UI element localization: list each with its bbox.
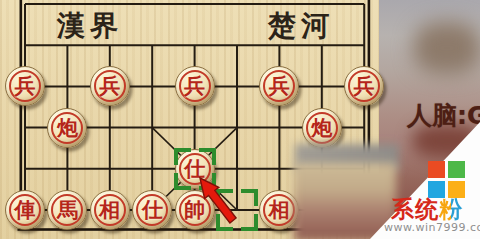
piece-horse-b1[interactable]: 馬 bbox=[47, 190, 87, 230]
piece-soldier-c4[interactable]: 兵 bbox=[90, 66, 130, 106]
piece-char: 仕 bbox=[133, 191, 171, 229]
piece-char: 炮 bbox=[48, 109, 86, 147]
piece-advisor-d1[interactable]: 仕 bbox=[132, 190, 172, 230]
blur-patch-main bbox=[294, 163, 396, 239]
panel-blur-blob bbox=[414, 22, 480, 74]
piece-soldier-a4[interactable]: 兵 bbox=[5, 66, 45, 106]
watermark-title-part2: 粉 bbox=[439, 196, 463, 222]
xiangqi-game-screen: 人脑:G bbox=[0, 0, 480, 239]
piece-chariot-a1[interactable]: 俥 bbox=[5, 190, 45, 230]
windows-style-logo-icon bbox=[428, 161, 465, 198]
logo-square-red bbox=[428, 161, 445, 178]
piece-char: 帥 bbox=[176, 191, 214, 229]
piece-char: 炮 bbox=[303, 109, 341, 147]
piece-char: 俥 bbox=[6, 191, 44, 229]
ai-brain-label: 人脑:G bbox=[407, 99, 480, 132]
piece-soldier-e4[interactable]: 兵 bbox=[175, 66, 215, 106]
piece-cannon-b3[interactable]: 炮 bbox=[47, 108, 87, 148]
piece-char: 馬 bbox=[48, 191, 86, 229]
piece-soldier-i4[interactable]: 兵 bbox=[344, 66, 384, 106]
piece-cannon-h3[interactable]: 炮 bbox=[302, 108, 342, 148]
piece-soldier-g4[interactable]: 兵 bbox=[259, 66, 299, 106]
piece-char: 兵 bbox=[176, 67, 214, 105]
watermark-title-part1: 系统 bbox=[391, 196, 439, 222]
logo-square-green bbox=[448, 161, 465, 178]
move-marker-to bbox=[174, 148, 216, 190]
piece-char: 兵 bbox=[6, 67, 44, 105]
move-marker-from bbox=[216, 189, 258, 231]
piece-char: 兵 bbox=[345, 67, 383, 105]
piece-char: 兵 bbox=[260, 67, 298, 105]
piece-char: 相 bbox=[260, 191, 298, 229]
piece-general-e1[interactable]: 帥 bbox=[175, 190, 215, 230]
piece-char: 相 bbox=[91, 191, 129, 229]
watermark-url: www.win7999.com bbox=[384, 221, 480, 234]
piece-char: 兵 bbox=[91, 67, 129, 105]
piece-elephant-c1[interactable]: 相 bbox=[90, 190, 130, 230]
